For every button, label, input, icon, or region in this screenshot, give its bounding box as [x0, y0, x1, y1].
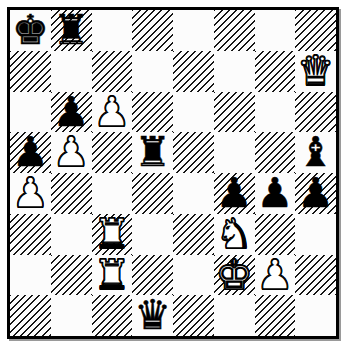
chessboard-grid: ♚♜♛♟♟♟♟♜♝♟♟♟♟♜♞♜♚♟♛: [10, 10, 336, 336]
piece-bp-a5[interactable]: ♟: [12, 132, 49, 173]
square-g6[interactable]: [255, 92, 296, 133]
square-h4[interactable]: ♟: [295, 173, 336, 214]
square-e2[interactable]: [173, 255, 214, 296]
square-b8[interactable]: ♜: [51, 10, 92, 51]
square-g3[interactable]: [255, 214, 296, 255]
square-c8[interactable]: [92, 10, 133, 51]
square-h1[interactable]: [295, 295, 336, 336]
square-h6[interactable]: [295, 92, 336, 133]
piece-wp-a4[interactable]: ♟: [12, 173, 49, 214]
piece-wq-h7[interactable]: ♛: [297, 51, 334, 92]
square-c3[interactable]: ♜: [92, 214, 133, 255]
square-h8[interactable]: [295, 10, 336, 51]
square-f2[interactable]: ♚: [214, 255, 255, 296]
piece-bp-g4[interactable]: ♟: [256, 173, 293, 214]
square-b6[interactable]: ♟: [51, 92, 92, 133]
piece-br-b8[interactable]: ♜: [53, 10, 90, 51]
square-e5[interactable]: [173, 132, 214, 173]
square-f7[interactable]: [214, 51, 255, 92]
square-a3[interactable]: [10, 214, 51, 255]
square-c2[interactable]: ♜: [92, 255, 133, 296]
square-d8[interactable]: [132, 10, 173, 51]
piece-bp-f4[interactable]: ♟: [216, 173, 253, 214]
square-c6[interactable]: ♟: [92, 92, 133, 133]
square-b3[interactable]: [51, 214, 92, 255]
piece-br-d5[interactable]: ♜: [134, 132, 171, 173]
square-a2[interactable]: [10, 255, 51, 296]
piece-bp-h4[interactable]: ♟: [297, 173, 334, 214]
square-d5[interactable]: ♜: [132, 132, 173, 173]
square-f1[interactable]: [214, 295, 255, 336]
square-h3[interactable]: [295, 214, 336, 255]
square-a7[interactable]: [10, 51, 51, 92]
square-f5[interactable]: [214, 132, 255, 173]
chessboard-frame: ♚♜♛♟♟♟♟♜♝♟♟♟♟♜♞♜♚♟♛: [7, 7, 339, 339]
square-f6[interactable]: [214, 92, 255, 133]
square-e8[interactable]: [173, 10, 214, 51]
square-a8[interactable]: ♚: [10, 10, 51, 51]
square-a4[interactable]: ♟: [10, 173, 51, 214]
square-c5[interactable]: [92, 132, 133, 173]
square-b2[interactable]: [51, 255, 92, 296]
square-f3[interactable]: ♞: [214, 214, 255, 255]
square-e3[interactable]: [173, 214, 214, 255]
square-d2[interactable]: [132, 255, 173, 296]
square-c7[interactable]: [92, 51, 133, 92]
square-d4[interactable]: [132, 173, 173, 214]
square-f4[interactable]: ♟: [214, 173, 255, 214]
square-e1[interactable]: [173, 295, 214, 336]
piece-wp-b5[interactable]: ♟: [53, 132, 90, 173]
square-c1[interactable]: [92, 295, 133, 336]
square-b5[interactable]: ♟: [51, 132, 92, 173]
square-h7[interactable]: ♛: [295, 51, 336, 92]
square-g8[interactable]: [255, 10, 296, 51]
piece-bk-a8[interactable]: ♚: [12, 10, 49, 51]
piece-wr-c3[interactable]: ♜: [93, 214, 130, 255]
square-g4[interactable]: ♟: [255, 173, 296, 214]
square-h2[interactable]: [295, 255, 336, 296]
piece-wp-g2[interactable]: ♟: [256, 255, 293, 296]
square-b1[interactable]: [51, 295, 92, 336]
square-g2[interactable]: ♟: [255, 255, 296, 296]
square-b7[interactable]: [51, 51, 92, 92]
square-a1[interactable]: [10, 295, 51, 336]
square-e4[interactable]: [173, 173, 214, 214]
piece-wp-c6[interactable]: ♟: [93, 92, 130, 133]
piece-bp-b6[interactable]: ♟: [53, 92, 90, 133]
square-d7[interactable]: [132, 51, 173, 92]
piece-wk-f2[interactable]: ♚: [216, 255, 253, 296]
piece-wn-f3[interactable]: ♞: [216, 214, 253, 255]
square-f8[interactable]: [214, 10, 255, 51]
piece-wr-c2[interactable]: ♜: [93, 255, 130, 296]
square-a6[interactable]: [10, 92, 51, 133]
square-d1[interactable]: ♛: [132, 295, 173, 336]
square-c4[interactable]: [92, 173, 133, 214]
piece-bq-d1[interactable]: ♛: [134, 295, 171, 336]
square-b4[interactable]: [51, 173, 92, 214]
square-d3[interactable]: [132, 214, 173, 255]
square-e6[interactable]: [173, 92, 214, 133]
square-h5[interactable]: ♝: [295, 132, 336, 173]
square-d6[interactable]: [132, 92, 173, 133]
square-a5[interactable]: ♟: [10, 132, 51, 173]
square-g1[interactable]: [255, 295, 296, 336]
square-g7[interactable]: [255, 51, 296, 92]
square-g5[interactable]: [255, 132, 296, 173]
piece-bb-h5[interactable]: ♝: [297, 132, 334, 173]
page-background: { "game": "chess", "position": { "fen": …: [0, 0, 350, 350]
square-e7[interactable]: [173, 51, 214, 92]
